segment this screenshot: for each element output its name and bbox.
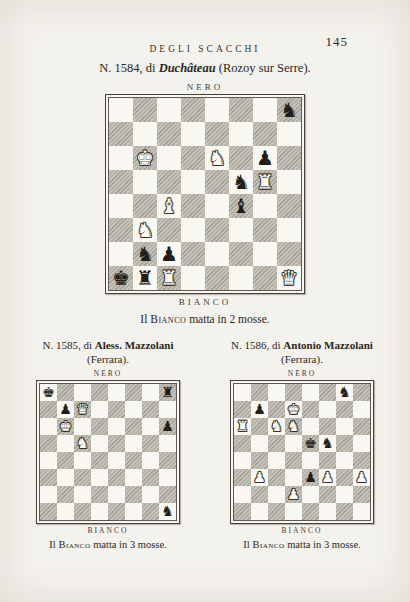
square-d3 <box>91 469 108 486</box>
problem-1586-heading: N. 1586, di Antonio Mazzolani <box>213 339 391 353</box>
square-g6 <box>336 418 353 435</box>
square-d3 <box>285 469 302 486</box>
square-g2 <box>142 486 159 503</box>
square-e2 <box>108 486 125 503</box>
problem-1585-heading: N. 1585, di Aless. Mazzolani <box>19 339 197 353</box>
square-g7 <box>253 122 277 146</box>
square-a3 <box>40 469 57 486</box>
square-g4 <box>253 194 277 218</box>
problem-1585-caption: Il Bianco matta in 3 mosse. <box>19 539 197 550</box>
square-e4 <box>108 452 125 469</box>
square-e1 <box>205 266 229 290</box>
square-f1 <box>319 503 336 520</box>
square-d1 <box>181 266 205 290</box>
square-e1 <box>108 503 125 520</box>
black-pawn: ♟ <box>253 401 266 418</box>
black-rook: ♜ <box>136 266 154 290</box>
black-knight: ♞ <box>161 503 174 520</box>
square-b2: ♞ <box>133 242 157 266</box>
square-c1 <box>74 503 91 520</box>
problem-1586-author: Antonio Mazzolani <box>283 339 373 351</box>
square-f2 <box>125 486 142 503</box>
square-d4 <box>285 452 302 469</box>
square-b4 <box>57 452 74 469</box>
board-1585-wrap: ♚♜♟♛♚♟♞♞ <box>19 380 197 524</box>
black-pawn: ♟ <box>59 401 72 418</box>
square-g7 <box>336 401 353 418</box>
square-f2 <box>319 486 336 503</box>
problem-1586-origin: (Ferrara). <box>213 353 391 366</box>
square-e5 <box>108 435 125 452</box>
square-f5: ♞ <box>319 435 336 452</box>
black-bishop: ♝ <box>232 194 250 218</box>
square-a7 <box>234 401 251 418</box>
square-e8 <box>302 384 319 401</box>
board-1586-frame: ♞♟♚♜♞♞♚♞♟♟♟♟♟ <box>230 380 374 524</box>
square-e3: ♟ <box>302 469 319 486</box>
square-b3: ♟ <box>251 469 268 486</box>
square-f8 <box>125 384 142 401</box>
book-page: DEGLI SCACCHI 145 N. 1584, di Duchâteau … <box>0 0 410 602</box>
square-f5: ♞ <box>229 170 253 194</box>
square-b1 <box>251 503 268 520</box>
square-h4 <box>159 452 176 469</box>
page-number: 145 <box>326 34 349 50</box>
square-h6 <box>353 418 370 435</box>
white-pawn: ♟ <box>355 469 368 486</box>
white-pawn: ♟ <box>321 469 334 486</box>
square-f1 <box>229 266 253 290</box>
square-a7 <box>40 401 57 418</box>
square-c8 <box>157 98 181 122</box>
white-rook: ♜ <box>256 170 274 194</box>
square-d7 <box>181 122 205 146</box>
square-a8 <box>109 98 133 122</box>
square-d5 <box>181 170 205 194</box>
black-pawn: ♟ <box>161 418 174 435</box>
square-a1 <box>234 503 251 520</box>
square-b5 <box>133 170 157 194</box>
problem-1586-caption: Il Bianco matta in 3 mosse. <box>213 539 391 550</box>
square-f8 <box>229 98 253 122</box>
square-a5 <box>109 170 133 194</box>
square-h3 <box>159 469 176 486</box>
square-a2 <box>40 486 57 503</box>
black-knight: ♞ <box>232 170 250 194</box>
problem-1584-number: N. 1584, di <box>99 61 158 75</box>
square-e8 <box>205 98 229 122</box>
square-g6 <box>142 418 159 435</box>
square-d7 <box>91 401 108 418</box>
black-king: ♚ <box>112 266 130 290</box>
square-a3 <box>234 469 251 486</box>
square-e4 <box>302 452 319 469</box>
square-b8 <box>57 384 74 401</box>
square-b2 <box>251 486 268 503</box>
black-king: ♚ <box>304 435 317 452</box>
square-d4 <box>181 194 205 218</box>
square-c1: ♜ <box>157 266 181 290</box>
square-c4 <box>268 452 285 469</box>
square-b5 <box>57 435 74 452</box>
square-a3 <box>109 218 133 242</box>
square-a2 <box>109 242 133 266</box>
square-e7 <box>302 401 319 418</box>
small-problems-row: N. 1585, di Aless. Mazzolani (Ferrara). … <box>0 339 410 550</box>
square-f3 <box>229 218 253 242</box>
white-king: ♚ <box>136 146 154 170</box>
square-d3 <box>181 218 205 242</box>
square-d1 <box>285 503 302 520</box>
black-pawn: ♟ <box>304 469 317 486</box>
square-c4: ♝ <box>157 194 181 218</box>
square-c7 <box>157 122 181 146</box>
problem-1585-author: Aless. Mazzolani <box>95 339 174 351</box>
square-g8 <box>253 98 277 122</box>
square-h4 <box>353 452 370 469</box>
square-g7 <box>142 401 159 418</box>
square-b4 <box>133 194 157 218</box>
square-g8: ♞ <box>336 384 353 401</box>
board-1585-frame: ♚♜♟♛♚♟♞♞ <box>36 380 180 524</box>
square-h5 <box>353 435 370 452</box>
square-h1 <box>353 503 370 520</box>
square-f4 <box>319 452 336 469</box>
square-e3 <box>205 218 229 242</box>
square-h5 <box>159 435 176 452</box>
white-queen: ♛ <box>280 266 298 290</box>
square-c3 <box>74 469 91 486</box>
square-c2 <box>268 486 285 503</box>
square-g1 <box>142 503 159 520</box>
square-a6 <box>109 146 133 170</box>
white-rook: ♜ <box>160 266 178 290</box>
square-e5: ♚ <box>302 435 319 452</box>
square-b1 <box>57 503 74 520</box>
square-g3 <box>253 218 277 242</box>
white-knight: ♞ <box>76 435 89 452</box>
square-b3: ♞ <box>133 218 157 242</box>
square-g3 <box>336 469 353 486</box>
square-b2 <box>57 486 74 503</box>
square-d6 <box>91 418 108 435</box>
square-a5 <box>40 435 57 452</box>
square-g2 <box>253 242 277 266</box>
bianco-label-1584: BIANCO <box>0 297 410 307</box>
square-f3 <box>125 469 142 486</box>
chessboard-1586: ♞♟♚♜♞♞♚♞♟♟♟♟♟ <box>233 383 371 521</box>
problem-1584-caption: Il Bianco matta in 2 mosse. <box>0 313 410 325</box>
square-e6 <box>302 418 319 435</box>
white-knight: ♞ <box>208 146 226 170</box>
square-c7: ♛ <box>74 401 91 418</box>
square-a4 <box>109 194 133 218</box>
square-f6 <box>229 146 253 170</box>
square-b4 <box>251 452 268 469</box>
square-e5 <box>205 170 229 194</box>
black-knight: ♞ <box>136 242 154 266</box>
square-b8 <box>251 384 268 401</box>
square-b8 <box>133 98 157 122</box>
white-rook: ♜ <box>236 418 249 435</box>
white-queen: ♛ <box>76 401 89 418</box>
board-1584-wrap: ♞♚♞♟♞♜♝♝♞♞♟♚♜♜♛ <box>0 94 410 294</box>
square-d5 <box>91 435 108 452</box>
problem-1584-origin: (Rozoy sur Serre). <box>216 61 311 75</box>
square-d8 <box>181 98 205 122</box>
chessboard-1584: ♞♚♞♟♞♜♝♝♞♞♟♚♜♜♛ <box>108 97 302 291</box>
caption-post: matta in 3 mosse. <box>285 539 361 550</box>
square-f2 <box>229 242 253 266</box>
chessboard-1585: ♚♜♟♛♚♟♞♞ <box>39 383 177 521</box>
square-c8 <box>74 384 91 401</box>
board-1586-wrap: ♞♟♚♜♞♞♚♞♟♟♟♟♟ <box>213 380 391 524</box>
square-e6: ♞ <box>205 146 229 170</box>
square-g4 <box>142 452 159 469</box>
problem-1585-origin: (Ferrara). <box>19 353 197 366</box>
running-title: DEGLI SCACCHI <box>149 44 260 54</box>
problem-1586-number: N. 1586, di <box>231 339 283 351</box>
square-h3 <box>277 218 301 242</box>
square-e2 <box>302 486 319 503</box>
square-f1 <box>125 503 142 520</box>
square-h6 <box>277 146 301 170</box>
square-c6 <box>157 146 181 170</box>
square-d2 <box>181 242 205 266</box>
square-c7 <box>268 401 285 418</box>
white-king: ♚ <box>287 401 300 418</box>
square-e7 <box>108 401 125 418</box>
square-h7 <box>159 401 176 418</box>
square-c5: ♞ <box>74 435 91 452</box>
square-b5 <box>251 435 268 452</box>
square-b3 <box>57 469 74 486</box>
square-c2: ♟ <box>157 242 181 266</box>
square-f7 <box>229 122 253 146</box>
square-f4 <box>125 452 142 469</box>
square-c3 <box>157 218 181 242</box>
caption-side: Bianco <box>252 539 284 550</box>
white-knight: ♞ <box>287 418 300 435</box>
black-pawn: ♟ <box>256 146 274 170</box>
square-g1 <box>336 503 353 520</box>
square-d1 <box>91 503 108 520</box>
square-f6 <box>319 418 336 435</box>
square-d4 <box>91 452 108 469</box>
square-a2 <box>234 486 251 503</box>
square-a5 <box>234 435 251 452</box>
square-d5 <box>285 435 302 452</box>
square-e2 <box>205 242 229 266</box>
square-h6: ♟ <box>159 418 176 435</box>
square-e3 <box>108 469 125 486</box>
square-c6: ♞ <box>268 418 285 435</box>
square-b7: ♟ <box>57 401 74 418</box>
square-g5: ♜ <box>253 170 277 194</box>
square-h8: ♜ <box>159 384 176 401</box>
square-f6 <box>125 418 142 435</box>
square-c5 <box>268 435 285 452</box>
white-knight: ♞ <box>270 418 283 435</box>
square-g6: ♟ <box>253 146 277 170</box>
square-e7 <box>205 122 229 146</box>
white-knight: ♞ <box>136 218 154 242</box>
black-knight: ♞ <box>321 435 334 452</box>
black-king: ♚ <box>42 384 55 401</box>
square-d2 <box>91 486 108 503</box>
square-f7 <box>125 401 142 418</box>
problem-1586-column: N. 1586, di Antonio Mazzolani (Ferrara).… <box>213 339 391 550</box>
square-h2 <box>159 486 176 503</box>
problem-1584-author: Duchâteau <box>159 61 216 75</box>
white-pawn: ♟ <box>253 469 266 486</box>
caption-side: Bianco <box>58 539 90 550</box>
square-h2 <box>277 242 301 266</box>
board-1584-frame: ♞♚♞♟♞♜♝♝♞♞♟♚♜♜♛ <box>105 94 305 294</box>
square-a6: ♜ <box>234 418 251 435</box>
square-e6 <box>108 418 125 435</box>
square-g5 <box>142 435 159 452</box>
white-pawn: ♟ <box>287 486 300 503</box>
square-h4 <box>277 194 301 218</box>
square-b7: ♟ <box>251 401 268 418</box>
square-e4 <box>205 194 229 218</box>
white-king: ♚ <box>59 418 72 435</box>
square-h3: ♟ <box>353 469 370 486</box>
square-g4 <box>336 452 353 469</box>
square-a1: ♚ <box>109 266 133 290</box>
square-a6 <box>40 418 57 435</box>
square-b1: ♜ <box>133 266 157 290</box>
square-h1: ♞ <box>159 503 176 520</box>
square-h2 <box>353 486 370 503</box>
square-f8 <box>319 384 336 401</box>
square-b6 <box>251 418 268 435</box>
square-d6 <box>181 146 205 170</box>
white-bishop: ♝ <box>160 194 178 218</box>
square-a4 <box>234 452 251 469</box>
square-f3: ♟ <box>319 469 336 486</box>
square-d7: ♚ <box>285 401 302 418</box>
square-h1: ♛ <box>277 266 301 290</box>
square-g2 <box>336 486 353 503</box>
square-b6: ♚ <box>133 146 157 170</box>
square-f4: ♝ <box>229 194 253 218</box>
square-a7 <box>109 122 133 146</box>
square-e1 <box>302 503 319 520</box>
caption-side: Bianco <box>150 313 186 325</box>
black-knight: ♞ <box>338 384 351 401</box>
square-b6: ♚ <box>57 418 74 435</box>
caption-pre: Il <box>140 313 150 325</box>
black-rook: ♜ <box>161 384 174 401</box>
black-pawn: ♟ <box>160 242 178 266</box>
square-d6: ♞ <box>285 418 302 435</box>
caption-post: matta in 2 mosse. <box>186 313 269 325</box>
square-c5 <box>157 170 181 194</box>
caption-post: matta in 3 mosse. <box>91 539 167 550</box>
square-c4 <box>74 452 91 469</box>
square-c1 <box>268 503 285 520</box>
nero-label-1585: NERO <box>19 369 197 378</box>
square-c3 <box>268 469 285 486</box>
square-d2: ♟ <box>285 486 302 503</box>
nero-label-1586: NERO <box>213 369 391 378</box>
problem-1584-heading: N. 1584, di Duchâteau (Rozoy sur Serre). <box>0 61 410 76</box>
square-f5 <box>125 435 142 452</box>
problem-1585-number: N. 1585, di <box>42 339 94 351</box>
square-c8 <box>268 384 285 401</box>
square-g5 <box>336 435 353 452</box>
square-b7 <box>133 122 157 146</box>
square-d8 <box>285 384 302 401</box>
square-g1 <box>253 266 277 290</box>
square-c6 <box>74 418 91 435</box>
square-h7 <box>277 122 301 146</box>
square-e8 <box>108 384 125 401</box>
square-a8 <box>234 384 251 401</box>
square-h8 <box>353 384 370 401</box>
page-header: DEGLI SCACCHI 145 <box>0 38 410 54</box>
square-g8 <box>142 384 159 401</box>
nero-label-1584: NERO <box>0 82 410 92</box>
square-c2 <box>74 486 91 503</box>
square-h7 <box>353 401 370 418</box>
bianco-label-1585: BIANCO <box>19 526 197 535</box>
square-a4 <box>40 452 57 469</box>
square-a1 <box>40 503 57 520</box>
square-a8: ♚ <box>40 384 57 401</box>
black-knight: ♞ <box>280 98 298 122</box>
square-h5 <box>277 170 301 194</box>
square-g3 <box>142 469 159 486</box>
square-d8 <box>91 384 108 401</box>
problem-1585-column: N. 1585, di Aless. Mazzolani (Ferrara). … <box>19 339 197 550</box>
bianco-label-1586: BIANCO <box>213 526 391 535</box>
square-h8: ♞ <box>277 98 301 122</box>
square-f7 <box>319 401 336 418</box>
